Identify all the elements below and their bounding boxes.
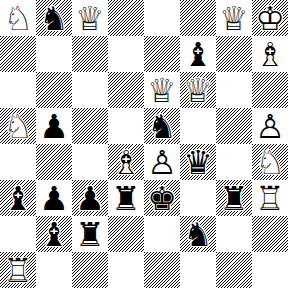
white-queen: ♛♕ xyxy=(144,72,180,108)
square-f3[interactable] xyxy=(180,180,216,216)
square-g3[interactable]: ♜♜ xyxy=(216,180,252,216)
white-pawn: ♟♙ xyxy=(252,108,288,144)
black-bishop: ♝♝ xyxy=(180,36,216,72)
square-d4[interactable]: ♝♗ xyxy=(108,144,144,180)
square-c1[interactable] xyxy=(72,252,108,288)
chess-board: ♞♘♞♞♛♕♛♕♚♔♝♝♝♗♛♕♛♕♞♘♟♟♞♞♟♙♝♗♟♙♛♛♞♘♝♝♟♟♟♟… xyxy=(0,0,288,288)
white-knight: ♞♘ xyxy=(0,0,36,36)
square-e4[interactable]: ♟♙ xyxy=(144,144,180,180)
square-f1[interactable] xyxy=(180,252,216,288)
square-e7[interactable] xyxy=(144,36,180,72)
black-rook: ♜♜ xyxy=(72,216,108,252)
square-h5[interactable]: ♟♙ xyxy=(252,108,288,144)
square-a2[interactable] xyxy=(0,216,36,252)
square-h7[interactable]: ♝♗ xyxy=(252,36,288,72)
white-bishop: ♝♗ xyxy=(108,144,144,180)
white-pawn: ♟♙ xyxy=(144,144,180,180)
black-pawn: ♟♟ xyxy=(72,180,108,216)
square-e5[interactable]: ♞♞ xyxy=(144,108,180,144)
square-g1[interactable] xyxy=(216,252,252,288)
square-b6[interactable] xyxy=(36,72,72,108)
square-d7[interactable] xyxy=(108,36,144,72)
square-c5[interactable] xyxy=(72,108,108,144)
black-bishop: ♝♝ xyxy=(0,180,36,216)
square-h1[interactable] xyxy=(252,252,288,288)
square-b2[interactable]: ♝♝ xyxy=(36,216,72,252)
square-b7[interactable] xyxy=(36,36,72,72)
square-h3[interactable]: ♜♖ xyxy=(252,180,288,216)
black-rook: ♜♜ xyxy=(216,180,252,216)
square-f5[interactable] xyxy=(180,108,216,144)
white-rook: ♜♖ xyxy=(0,252,36,288)
square-c7[interactable] xyxy=(72,36,108,72)
black-queen: ♛♛ xyxy=(180,144,216,180)
square-d8[interactable] xyxy=(108,0,144,36)
square-c2[interactable]: ♜♜ xyxy=(72,216,108,252)
white-queen: ♛♕ xyxy=(180,72,216,108)
square-e8[interactable] xyxy=(144,0,180,36)
square-a5[interactable]: ♞♘ xyxy=(0,108,36,144)
square-h6[interactable] xyxy=(252,72,288,108)
square-h8[interactable]: ♚♔ xyxy=(252,0,288,36)
square-e6[interactable]: ♛♕ xyxy=(144,72,180,108)
white-queen: ♛♕ xyxy=(216,0,252,36)
white-bishop: ♝♗ xyxy=(252,36,288,72)
square-h2[interactable] xyxy=(252,216,288,252)
black-bishop: ♝♝ xyxy=(36,216,72,252)
square-g7[interactable] xyxy=(216,36,252,72)
square-b1[interactable] xyxy=(36,252,72,288)
black-knight: ♞♞ xyxy=(180,216,216,252)
square-f2[interactable]: ♞♞ xyxy=(180,216,216,252)
square-b8[interactable]: ♞♞ xyxy=(36,0,72,36)
square-g6[interactable] xyxy=(216,72,252,108)
square-e2[interactable] xyxy=(144,216,180,252)
square-c3[interactable]: ♟♟ xyxy=(72,180,108,216)
square-h4[interactable]: ♞♘ xyxy=(252,144,288,180)
square-c8[interactable]: ♛♕ xyxy=(72,0,108,36)
square-b5[interactable]: ♟♟ xyxy=(36,108,72,144)
square-b4[interactable] xyxy=(36,144,72,180)
square-d5[interactable] xyxy=(108,108,144,144)
square-a8[interactable]: ♞♘ xyxy=(0,0,36,36)
square-c4[interactable] xyxy=(72,144,108,180)
square-b3[interactable]: ♟♟ xyxy=(36,180,72,216)
square-a3[interactable]: ♝♝ xyxy=(0,180,36,216)
square-e3[interactable]: ♚♚ xyxy=(144,180,180,216)
square-g5[interactable] xyxy=(216,108,252,144)
square-f8[interactable] xyxy=(180,0,216,36)
square-a1[interactable]: ♜♖ xyxy=(0,252,36,288)
black-king: ♚♚ xyxy=(144,180,180,216)
black-knight: ♞♞ xyxy=(144,108,180,144)
square-d1[interactable] xyxy=(108,252,144,288)
square-g8[interactable]: ♛♕ xyxy=(216,0,252,36)
black-pawn: ♟♟ xyxy=(36,108,72,144)
black-rook: ♜♜ xyxy=(108,180,144,216)
white-knight: ♞♘ xyxy=(252,144,288,180)
white-king: ♚♔ xyxy=(252,0,288,36)
square-g2[interactable] xyxy=(216,216,252,252)
square-f7[interactable]: ♝♝ xyxy=(180,36,216,72)
square-d3[interactable]: ♜♜ xyxy=(108,180,144,216)
black-pawn: ♟♟ xyxy=(36,180,72,216)
square-f4[interactable]: ♛♛ xyxy=(180,144,216,180)
white-rook: ♜♖ xyxy=(252,180,288,216)
square-a4[interactable] xyxy=(0,144,36,180)
square-c6[interactable] xyxy=(72,72,108,108)
white-queen: ♛♕ xyxy=(72,0,108,36)
square-a7[interactable] xyxy=(0,36,36,72)
white-knight: ♞♘ xyxy=(0,108,36,144)
square-a6[interactable] xyxy=(0,72,36,108)
black-knight: ♞♞ xyxy=(36,0,72,36)
square-d6[interactable] xyxy=(108,72,144,108)
square-e1[interactable] xyxy=(144,252,180,288)
square-g4[interactable] xyxy=(216,144,252,180)
square-d2[interactable] xyxy=(108,216,144,252)
square-f6[interactable]: ♛♕ xyxy=(180,72,216,108)
